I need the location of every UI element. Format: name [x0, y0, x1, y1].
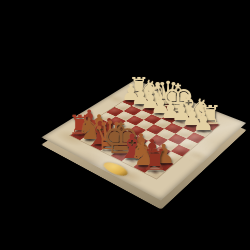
square-g3 — [151, 146, 171, 158]
square-g2 — [142, 153, 162, 166]
square-d2 — [110, 137, 129, 148]
square-h4 — [171, 145, 191, 157]
piece-shadow — [146, 155, 158, 162]
board-tilt — [41, 80, 246, 201]
square-d3 — [119, 131, 138, 142]
piece-shadow — [94, 141, 106, 148]
square-c1 — [90, 139, 110, 151]
square-a1 — [70, 129, 89, 140]
square-f2 — [131, 147, 151, 159]
piece-shadow — [113, 140, 125, 147]
square-f5 — [157, 129, 176, 140]
square-f4 — [148, 135, 167, 146]
piece-shadow — [124, 145, 136, 152]
piece-shadow — [93, 130, 104, 136]
piece-shadow — [157, 161, 169, 168]
square-h5 — [179, 138, 198, 150]
piece-shadow — [137, 162, 149, 169]
square-e1 — [111, 149, 131, 161]
square-e4 — [138, 130, 157, 141]
piece-shadow — [104, 146, 116, 153]
square-b1 — [80, 134, 99, 145]
square-h6 — [186, 132, 205, 143]
square-d1 — [100, 144, 120, 156]
piece-shadow — [84, 126, 95, 132]
square-c2 — [100, 133, 119, 144]
piece-shadow — [135, 150, 147, 157]
piece-shadow — [148, 168, 161, 176]
piece-shadow — [115, 152, 127, 159]
square-f3 — [140, 141, 159, 153]
piece-shadow — [103, 135, 114, 141]
piece-shadow — [126, 157, 138, 164]
piece-shadow — [84, 136, 95, 142]
piece-shadow — [74, 132, 85, 138]
square-h1 — [145, 165, 166, 178]
square-g5 — [167, 133, 186, 144]
marble-board — [41, 80, 246, 201]
square-f1 — [122, 154, 142, 167]
square-h2 — [154, 158, 174, 171]
square-g1 — [133, 160, 154, 173]
chess-set-photo: ♜♞♝♛♚♝♞♜♟♟♟♟♟♟♟♟♟♟♟♟♟♟♟♟♜♞♝♛♚♝♞♜ — [0, 0, 250, 250]
square-h3 — [162, 151, 182, 163]
square-e2 — [120, 142, 140, 154]
square-e3 — [129, 136, 148, 147]
piece-shadow — [197, 128, 208, 134]
square-g4 — [159, 140, 178, 152]
